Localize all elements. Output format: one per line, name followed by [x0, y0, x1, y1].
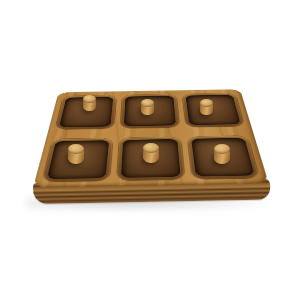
peg-r1c1 — [83, 99, 96, 111]
scene — [0, 0, 300, 300]
peg-r1c3 — [200, 103, 213, 115]
pit-r1c3[interactable] — [182, 93, 244, 127]
peg-r2c3 — [214, 149, 230, 164]
peg-r1c2 — [141, 103, 154, 115]
peg-r2c2 — [143, 148, 159, 163]
peg-r2c1 — [68, 149, 84, 164]
